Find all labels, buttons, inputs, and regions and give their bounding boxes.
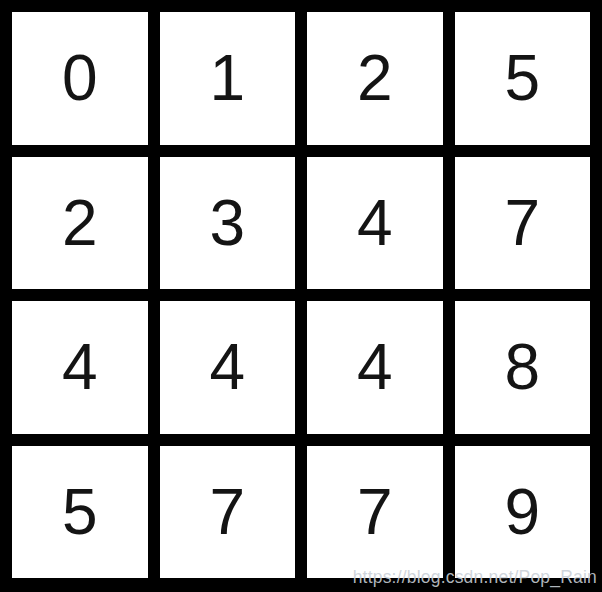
board-grid: 0 1 2 5 2 3 4 7 4 4 4 8 5 7 7 9 bbox=[0, 0, 602, 592]
cell-r3c4: 8 bbox=[455, 301, 591, 434]
cell-r4c3: 7 bbox=[307, 446, 443, 579]
cell-r2c1: 2 bbox=[12, 157, 148, 290]
cell-r3c3: 4 bbox=[307, 301, 443, 434]
cell-r2c2: 3 bbox=[160, 157, 296, 290]
cell-r1c3: 2 bbox=[307, 12, 443, 145]
cell-r3c2: 4 bbox=[160, 301, 296, 434]
cell-r3c1: 4 bbox=[12, 301, 148, 434]
cell-r4c2: 7 bbox=[160, 446, 296, 579]
cell-r1c4: 5 bbox=[455, 12, 591, 145]
cell-r4c4: 9 bbox=[455, 446, 591, 579]
cell-r1c2: 1 bbox=[160, 12, 296, 145]
cell-r2c3: 4 bbox=[307, 157, 443, 290]
cell-r4c1: 5 bbox=[12, 446, 148, 579]
cell-r1c1: 0 bbox=[12, 12, 148, 145]
matrix-board: 0 1 2 5 2 3 4 7 4 4 4 8 5 7 7 9 https://… bbox=[0, 0, 602, 592]
cell-r2c4: 7 bbox=[455, 157, 591, 290]
